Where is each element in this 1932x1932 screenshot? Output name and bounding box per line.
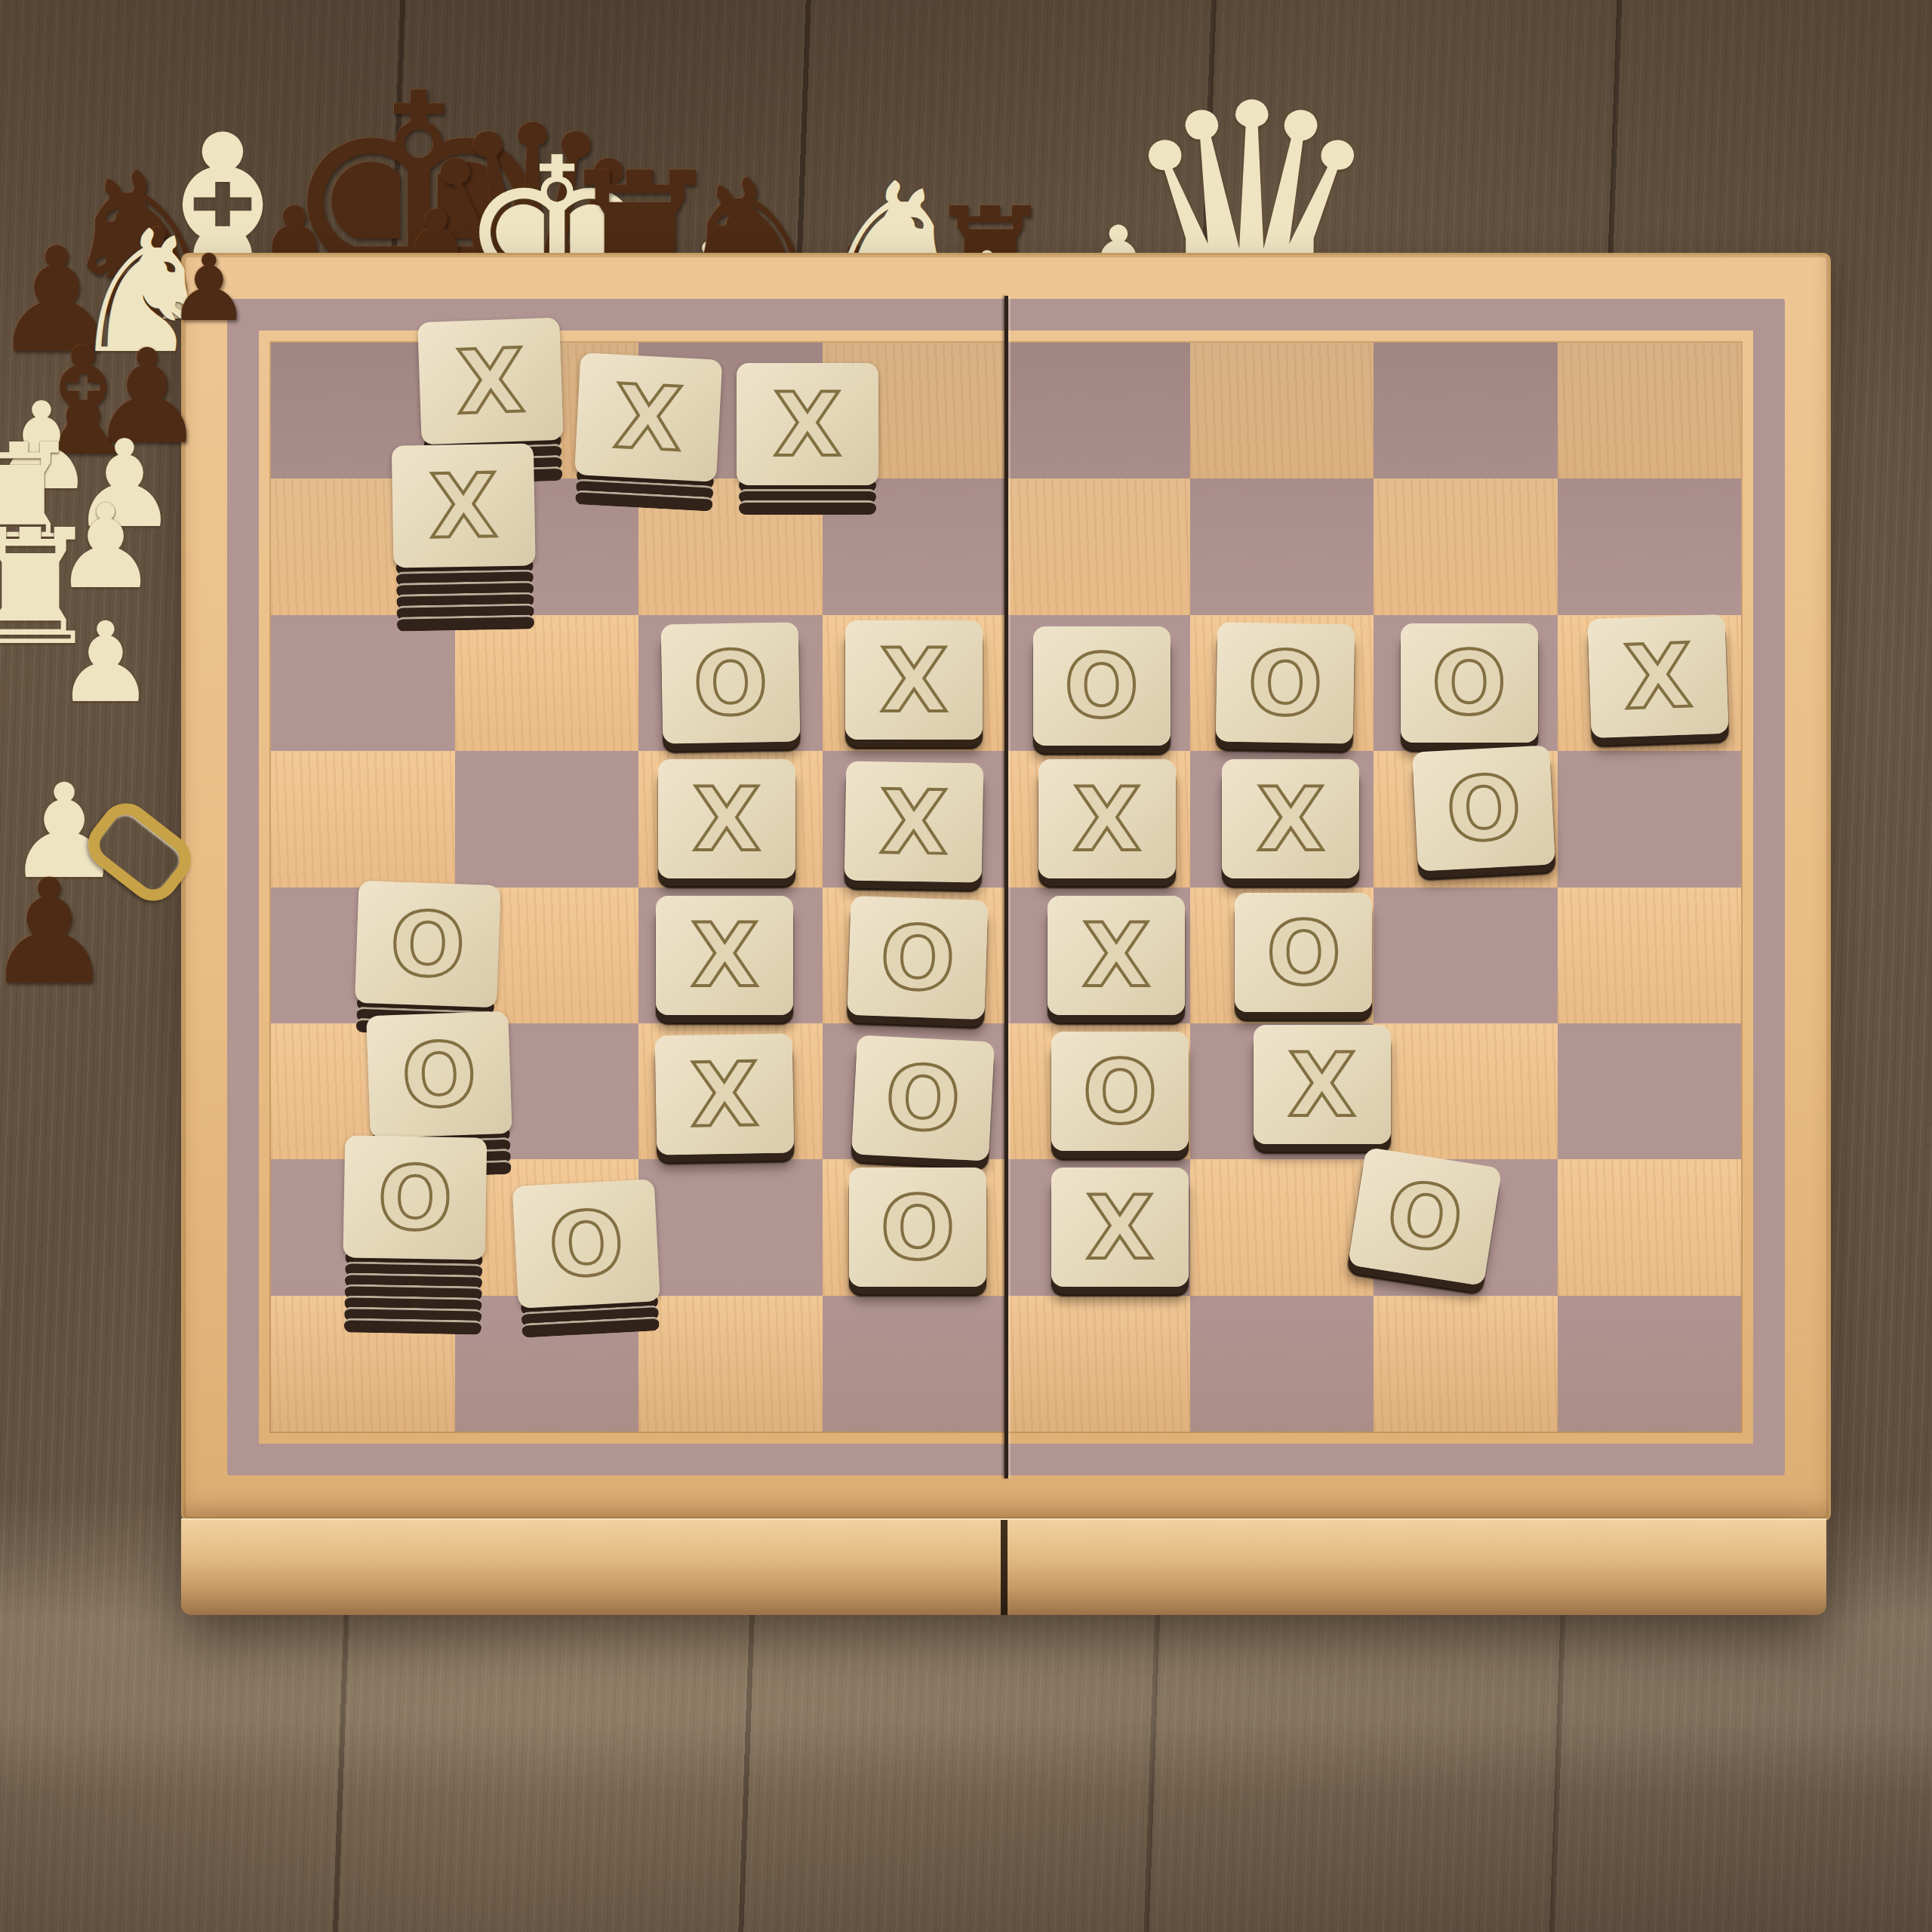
photo-scene: ♞♝♟♚♟♛♚♜♟♞♟♞♜♟♟♟♛ OXOOOXXXXXOXOXOXOOXOXO… bbox=[0, 0, 1932, 1932]
chess-pieces-left-side: ♟♟♞♟♟♝♟♟♜♟♜♟♟♟ bbox=[0, 0, 1932, 1932]
dark-pawn[interactable]: ♟ bbox=[0, 860, 114, 1005]
light-pawn[interactable]: ♟ bbox=[56, 608, 155, 718]
